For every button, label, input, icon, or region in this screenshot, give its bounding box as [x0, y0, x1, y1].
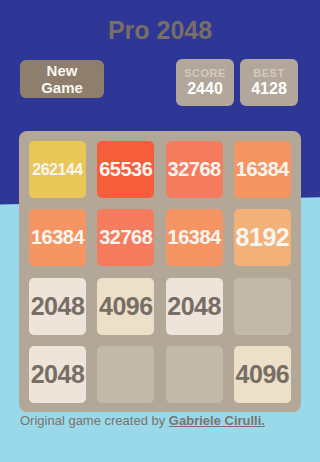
tile-16384: 16384 [166, 209, 223, 266]
tile-2048: 2048 [29, 278, 86, 335]
page-title: Pro 2048 [0, 16, 320, 45]
new-game-button[interactable]: New Game [20, 60, 104, 98]
score-label: SCORE [184, 67, 226, 79]
tile-4096: 4096 [234, 346, 291, 403]
score-value: 2440 [187, 80, 223, 98]
tile-32768: 32768 [97, 209, 154, 266]
app-screen: Pro 2048 New Game SCORE 2440 BEST 4128 2… [0, 0, 320, 462]
empty-cell [166, 346, 223, 403]
tile-65536: 65536 [97, 141, 154, 198]
tile-16384: 16384 [29, 209, 86, 266]
author-link[interactable]: Gabriele Cirulli. [169, 413, 265, 428]
empty-cell [97, 346, 154, 403]
tile-32768: 32768 [166, 141, 223, 198]
footer-credit: Original game created by Gabriele Cirull… [20, 413, 265, 428]
tile-2048: 2048 [29, 346, 86, 403]
tile-8192: 8192 [234, 209, 291, 266]
tile-262144: 262144 [29, 141, 86, 198]
tile-4096: 4096 [97, 278, 154, 335]
best-badge: BEST 4128 [240, 59, 298, 106]
best-label: BEST [253, 67, 284, 79]
best-value: 4128 [251, 80, 287, 98]
score-badge: SCORE 2440 [176, 59, 234, 106]
board-grid[interactable]: 2621446553632768163841638432768163848192… [19, 131, 301, 412]
tile-16384: 16384 [234, 141, 291, 198]
footer-text: Original game created by [20, 413, 169, 428]
empty-cell [234, 278, 291, 335]
tile-2048: 2048 [166, 278, 223, 335]
